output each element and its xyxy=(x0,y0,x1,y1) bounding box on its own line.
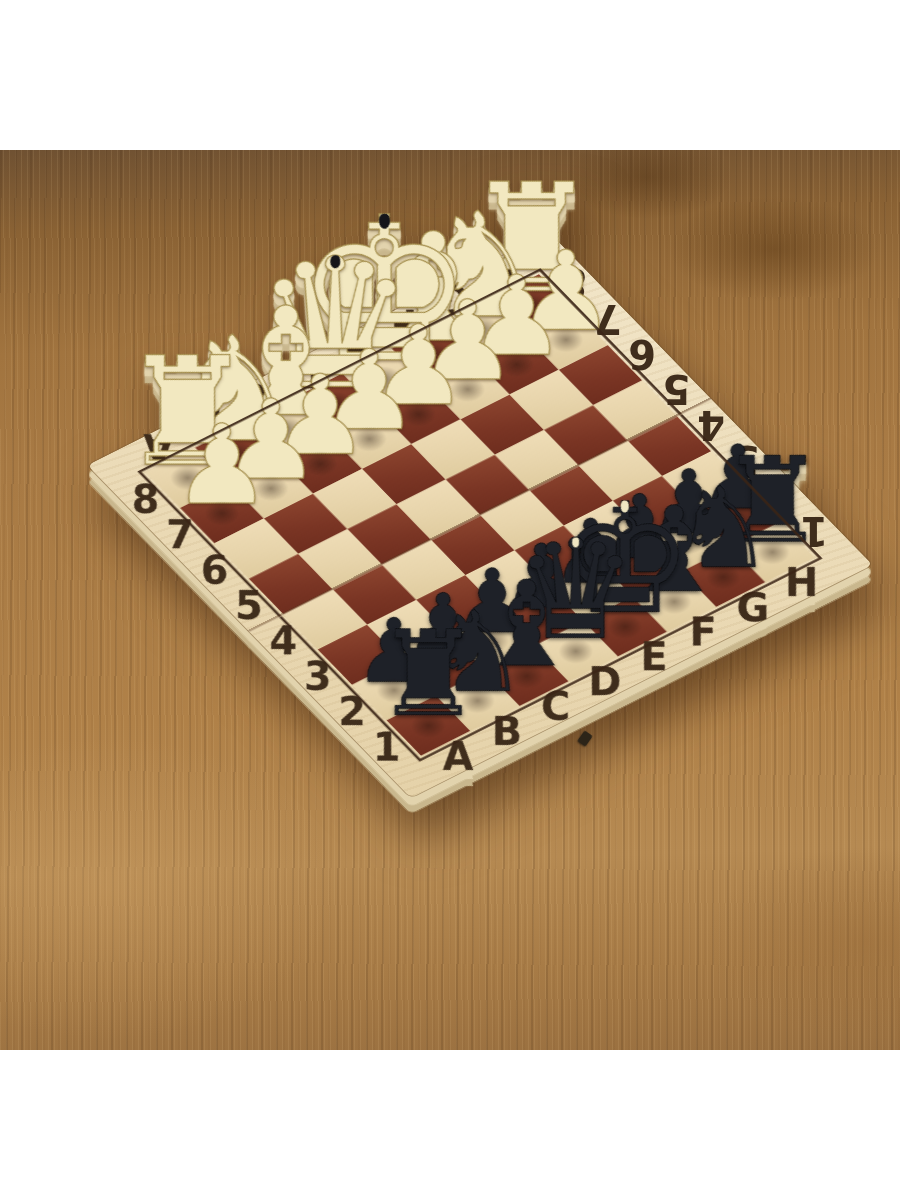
white-king-finial xyxy=(379,214,390,229)
rank-label-text: 6 xyxy=(628,334,656,374)
white-queen-finial xyxy=(330,255,340,269)
file-label-text: E xyxy=(641,637,668,677)
rank-label-text: 8 xyxy=(559,263,587,303)
rank-label-text: 5 xyxy=(663,370,691,410)
rank-label-text: 4 xyxy=(269,620,297,660)
board-wrapper: 87654321H♜♟♟♜HG♞♟♟♞GF♝♟♟♝FE♚♟♟♚ED♛♟♟♛DC♝… xyxy=(198,233,762,797)
file-label-text: A xyxy=(442,736,473,776)
file-label-text: F xyxy=(690,612,717,652)
file-label-text: B xyxy=(492,711,523,751)
rank-label-text: 4 xyxy=(697,405,725,445)
chess-board: 87654321H♜♟♟♜HG♞♟♟♞GF♝♟♟♝FE♚♟♟♚ED♛♟♟♛DC♝… xyxy=(87,232,872,798)
rank-label-text: 7 xyxy=(594,299,622,339)
rank-label-text: 2 xyxy=(766,476,794,516)
rank-label-text: 7 xyxy=(166,514,194,554)
rank-label-text: 6 xyxy=(201,550,229,590)
rank-label-text: 3 xyxy=(304,656,332,696)
file-label-text: H xyxy=(785,562,818,602)
rank-label-text: 1 xyxy=(373,727,401,767)
file-label-text: C xyxy=(541,686,570,726)
file-label-text: G xyxy=(736,587,769,627)
rank-label-text: 5 xyxy=(235,585,263,625)
rank-label-text: 8 xyxy=(132,479,160,519)
rank-label-text: 3 xyxy=(731,440,759,480)
file-label-text: D xyxy=(589,661,622,701)
rank-label-text: 1 xyxy=(800,511,828,551)
rank-label-text: 2 xyxy=(338,691,366,731)
wood-table: 87654321H♜♟♟♜HG♞♟♟♞GF♝♟♟♝FE♚♟♟♚ED♛♟♟♛DC♝… xyxy=(0,150,900,1050)
